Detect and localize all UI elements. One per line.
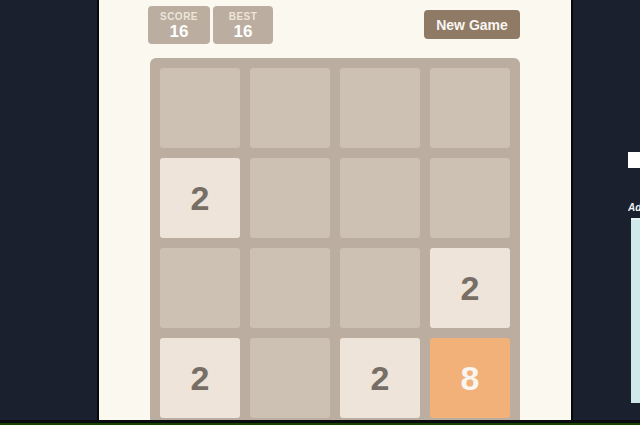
empty-cell-r2c3 [340,158,420,238]
best-label: BEST [229,11,258,22]
screenshot-stage: SCORE 16 BEST 16 New Game 22228 Ad [0,0,640,425]
score-box: SCORE 16 [148,6,210,44]
new-game-button[interactable]: New Game [424,10,520,39]
empty-cell-r3c3 [340,248,420,328]
empty-cell-r1c3 [340,68,420,148]
empty-cell-r2c2 [250,158,330,238]
empty-cell-r4c2 [250,338,330,418]
tile-2-r3c4: 2 [430,248,510,328]
empty-cell-r1c2 [250,68,330,148]
right-page-edge [571,0,573,425]
tile-8-r4c4: 8 [430,338,510,418]
best-box: BEST 16 [213,6,273,44]
ad-badge[interactable]: Ad [628,202,640,214]
left-page-edge [97,0,99,425]
empty-cell-r1c1 [160,68,240,148]
empty-cell-r3c2 [250,248,330,328]
right-edge-white-fragment [628,152,640,168]
tile-2-r4c1: 2 [160,338,240,418]
best-value: 16 [234,22,253,41]
empty-cell-r1c4 [430,68,510,148]
empty-cell-r3c1 [160,248,240,328]
tile-2-r2c1: 2 [160,158,240,238]
ad-blue-panel-fragment[interactable] [631,218,640,403]
score-value: 16 [170,22,189,41]
bottom-edge-bar [0,420,640,425]
score-label: SCORE [160,11,198,22]
board[interactable]: 22228 [150,58,520,425]
empty-cell-r2c4 [430,158,510,238]
tile-2-r4c3: 2 [340,338,420,418]
